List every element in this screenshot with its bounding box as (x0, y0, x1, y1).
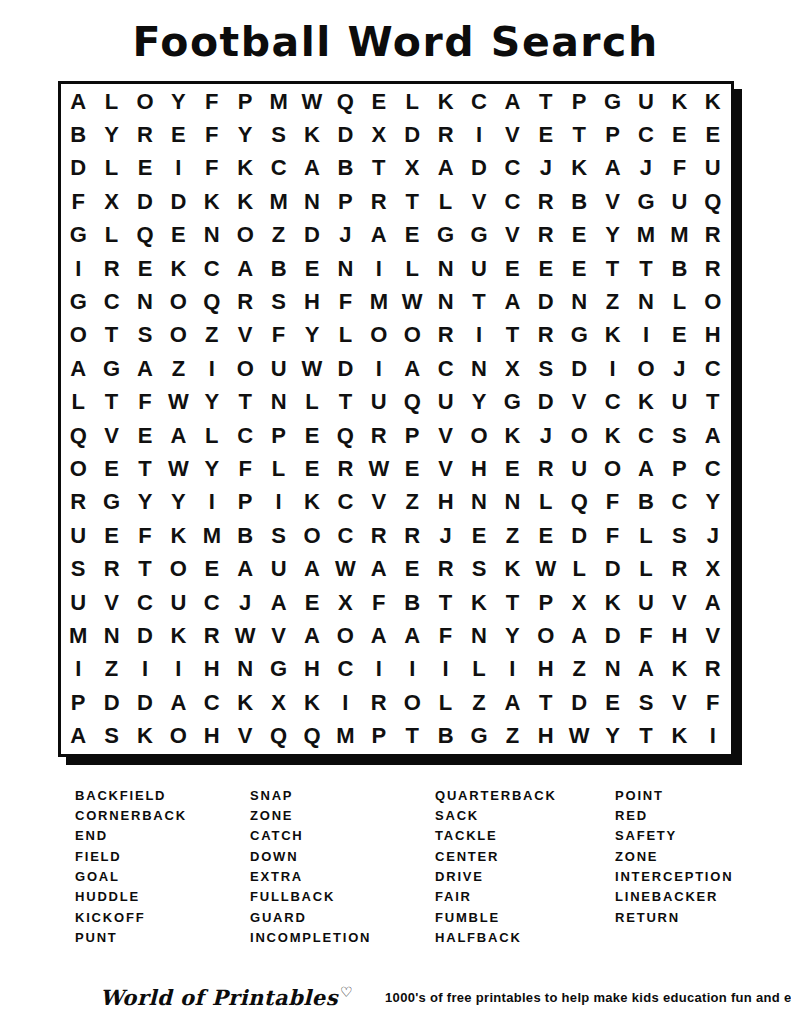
grid-cell[interactable]: K (229, 185, 262, 218)
grid-cell[interactable]: E (596, 686, 629, 719)
grid-cell[interactable]: K (596, 319, 629, 352)
grid-cell[interactable]: A (496, 85, 529, 118)
grid-cell[interactable]: Y (596, 719, 629, 752)
grid-cell[interactable]: E (529, 519, 562, 552)
grid-cell[interactable]: O (128, 85, 161, 118)
word-list-item[interactable]: CENTER (435, 847, 615, 867)
grid-cell[interactable]: P (229, 486, 262, 519)
grid-cell[interactable]: K (295, 118, 328, 151)
grid-cell[interactable]: V (663, 686, 696, 719)
grid-cell[interactable]: D (529, 285, 562, 318)
grid-cell[interactable]: H (295, 653, 328, 686)
word-list-item[interactable]: FULLBACK (250, 887, 435, 907)
grid-cell[interactable]: D (563, 519, 596, 552)
grid-cell[interactable]: H (195, 653, 228, 686)
grid-cell[interactable]: T (396, 719, 429, 752)
grid-cell[interactable]: A (229, 552, 262, 585)
grid-cell[interactable]: D (329, 352, 362, 385)
grid-cell[interactable]: Q (696, 185, 729, 218)
word-list-item[interactable]: BACKFIELD (75, 786, 250, 806)
grid-cell[interactable]: X (563, 586, 596, 619)
grid-cell[interactable]: E (396, 452, 429, 485)
grid-cell[interactable]: N (429, 252, 462, 285)
grid-cell[interactable]: P (663, 452, 696, 485)
grid-cell[interactable]: I (429, 653, 462, 686)
grid-cell[interactable]: P (262, 419, 295, 452)
grid-cell[interactable]: T (496, 319, 529, 352)
grid-cell[interactable]: U (696, 152, 729, 185)
grid-cell[interactable]: I (162, 653, 195, 686)
grid-cell[interactable]: V (596, 185, 629, 218)
grid-cell[interactable]: T (629, 252, 662, 285)
grid-cell[interactable]: N (295, 185, 328, 218)
grid-cell[interactable]: G (95, 486, 128, 519)
word-list-item[interactable]: ZONE (615, 847, 791, 867)
grid-cell[interactable]: K (162, 252, 195, 285)
grid-cell[interactable]: U (629, 85, 662, 118)
grid-cell[interactable]: L (195, 419, 228, 452)
grid-cell[interactable]: K (663, 85, 696, 118)
grid-cell[interactable]: T (95, 386, 128, 419)
grid-cell[interactable]: V (663, 586, 696, 619)
grid-cell[interactable]: O (162, 285, 195, 318)
grid-cell[interactable]: K (596, 419, 629, 452)
grid-cell[interactable]: C (95, 285, 128, 318)
grid-cell[interactable]: K (596, 586, 629, 619)
grid-cell[interactable]: Y (195, 386, 228, 419)
grid-cell[interactable]: T (696, 386, 729, 419)
grid-cell[interactable]: X (696, 552, 729, 585)
grid-cell[interactable]: Z (396, 486, 429, 519)
grid-cell[interactable]: E (295, 586, 328, 619)
grid-cell[interactable]: F (195, 85, 228, 118)
grid-cell[interactable]: E (496, 452, 529, 485)
grid-cell[interactable]: P (529, 586, 562, 619)
grid-cell[interactable]: B (62, 118, 95, 151)
grid-cell[interactable]: J (229, 586, 262, 619)
grid-cell[interactable]: O (162, 719, 195, 752)
grid-cell[interactable]: M (262, 85, 295, 118)
grid-cell[interactable]: N (95, 619, 128, 652)
grid-cell[interactable]: A (295, 619, 328, 652)
grid-cell[interactable]: K (563, 152, 596, 185)
grid-cell[interactable]: A (128, 352, 161, 385)
grid-cell[interactable]: E (128, 419, 161, 452)
word-list-item[interactable]: RETURN (615, 908, 791, 928)
grid-cell[interactable]: S (663, 419, 696, 452)
grid-cell[interactable]: Q (295, 719, 328, 752)
grid-cell[interactable]: Y (195, 452, 228, 485)
grid-cell[interactable]: S (62, 552, 95, 585)
grid-cell[interactable]: U (262, 552, 295, 585)
grid-cell[interactable]: F (329, 285, 362, 318)
word-list-item[interactable]: FUMBLE (435, 908, 615, 928)
grid-cell[interactable]: E (696, 118, 729, 151)
grid-cell[interactable]: Q (563, 486, 596, 519)
grid-cell[interactable]: C (629, 118, 662, 151)
grid-cell[interactable]: Y (128, 486, 161, 519)
grid-cell[interactable]: C (629, 419, 662, 452)
grid-cell[interactable]: E (95, 519, 128, 552)
grid-cell[interactable]: L (396, 252, 429, 285)
grid-cell[interactable]: L (95, 85, 128, 118)
grid-cell[interactable]: L (663, 285, 696, 318)
grid-cell[interactable]: D (529, 386, 562, 419)
grid-cell[interactable]: G (596, 85, 629, 118)
word-list-item[interactable]: DRIVE (435, 867, 615, 887)
grid-cell[interactable]: U (62, 586, 95, 619)
grid-cell[interactable]: A (696, 586, 729, 619)
grid-cell[interactable]: G (462, 719, 495, 752)
grid-cell[interactable]: V (496, 118, 529, 151)
grid-cell[interactable]: Z (563, 653, 596, 686)
grid-cell[interactable]: G (62, 219, 95, 252)
grid-cell[interactable]: A (362, 552, 395, 585)
grid-cell[interactable]: O (362, 319, 395, 352)
grid-cell[interactable]: C (696, 452, 729, 485)
grid-cell[interactable]: G (563, 319, 596, 352)
grid-cell[interactable]: Z (95, 653, 128, 686)
grid-cell[interactable]: G (496, 386, 529, 419)
grid-cell[interactable]: R (362, 519, 395, 552)
grid-cell[interactable]: C (462, 85, 495, 118)
grid-cell[interactable]: O (629, 352, 662, 385)
grid-cell[interactable]: C (663, 486, 696, 519)
grid-cell[interactable]: T (629, 719, 662, 752)
grid-cell[interactable]: A (396, 619, 429, 652)
grid-cell[interactable]: K (629, 386, 662, 419)
word-list-item[interactable]: SNAP (250, 786, 435, 806)
grid-cell[interactable]: Z (262, 219, 295, 252)
grid-cell[interactable]: V (496, 219, 529, 252)
grid-cell[interactable]: A (563, 619, 596, 652)
grid-cell[interactable]: R (429, 552, 462, 585)
grid-cell[interactable]: R (429, 118, 462, 151)
grid-cell[interactable]: N (596, 653, 629, 686)
grid-cell[interactable]: Q (128, 219, 161, 252)
grid-cell[interactable]: H (663, 619, 696, 652)
grid-cell[interactable]: K (496, 552, 529, 585)
grid-cell[interactable]: R (229, 285, 262, 318)
grid-cell[interactable]: G (95, 352, 128, 385)
grid-cell[interactable]: Y (496, 619, 529, 652)
grid-cell[interactable]: N (462, 486, 495, 519)
grid-cell[interactable]: C (696, 352, 729, 385)
grid-cell[interactable]: P (329, 185, 362, 218)
grid-cell[interactable]: V (462, 185, 495, 218)
grid-cell[interactable]: R (195, 619, 228, 652)
grid-cell[interactable]: C (496, 185, 529, 218)
grid-cell[interactable]: E (462, 519, 495, 552)
grid-cell[interactable]: A (362, 219, 395, 252)
grid-cell[interactable]: R (362, 185, 395, 218)
grid-cell[interactable]: G (462, 219, 495, 252)
grid-cell[interactable]: M (629, 219, 662, 252)
grid-cell[interactable]: D (128, 686, 161, 719)
word-list-item[interactable]: ZONE (250, 806, 435, 826)
grid-cell[interactable]: P (229, 85, 262, 118)
grid-cell[interactable]: N (462, 352, 495, 385)
grid-cell[interactable]: C (229, 419, 262, 452)
word-list-item[interactable]: INTERCEPTION (615, 867, 791, 887)
word-list-item[interactable]: TACKLE (435, 826, 615, 846)
grid-cell[interactable]: P (362, 719, 395, 752)
grid-cell[interactable]: L (629, 519, 662, 552)
grid-cell[interactable]: O (596, 452, 629, 485)
grid-cell[interactable]: O (62, 452, 95, 485)
grid-cell[interactable]: N (496, 486, 529, 519)
grid-cell[interactable]: B (563, 185, 596, 218)
grid-cell[interactable]: K (229, 686, 262, 719)
grid-cell[interactable]: B (429, 719, 462, 752)
grid-cell[interactable]: V (95, 586, 128, 619)
grid-cell[interactable]: H (696, 319, 729, 352)
grid-cell[interactable]: L (529, 486, 562, 519)
grid-cell[interactable]: W (563, 719, 596, 752)
grid-cell[interactable]: L (629, 552, 662, 585)
grid-cell[interactable]: Z (596, 285, 629, 318)
grid-cell[interactable]: V (229, 719, 262, 752)
grid-cell[interactable]: I (362, 352, 395, 385)
grid-cell[interactable]: H (429, 486, 462, 519)
grid-cell[interactable]: D (596, 619, 629, 652)
grid-cell[interactable]: Z (496, 719, 529, 752)
grid-cell[interactable]: B (396, 586, 429, 619)
grid-cell[interactable]: U (462, 252, 495, 285)
grid-cell[interactable]: R (529, 219, 562, 252)
grid-cell[interactable]: B (229, 519, 262, 552)
grid-cell[interactable]: Y (295, 319, 328, 352)
grid-cell[interactable]: C (128, 586, 161, 619)
grid-cell[interactable]: I (496, 653, 529, 686)
grid-cell[interactable]: R (396, 519, 429, 552)
grid-cell[interactable]: A (162, 686, 195, 719)
grid-cell[interactable]: I (128, 653, 161, 686)
grid-cell[interactable]: N (262, 386, 295, 419)
grid-cell[interactable]: I (629, 319, 662, 352)
grid-cell[interactable]: I (596, 352, 629, 385)
grid-cell[interactable]: L (95, 219, 128, 252)
grid-cell[interactable]: I (62, 252, 95, 285)
grid-cell[interactable]: O (696, 285, 729, 318)
grid-cell[interactable]: I (262, 486, 295, 519)
grid-cell[interactable]: S (262, 118, 295, 151)
grid-cell[interactable]: W (529, 552, 562, 585)
word-list-item[interactable]: KICKOFF (75, 908, 250, 928)
grid-cell[interactable]: R (529, 452, 562, 485)
grid-cell[interactable]: Q (396, 386, 429, 419)
grid-cell[interactable]: R (362, 686, 395, 719)
grid-cell[interactable]: O (62, 319, 95, 352)
grid-cell[interactable]: G (62, 285, 95, 318)
grid-cell[interactable]: L (563, 552, 596, 585)
grid-cell[interactable]: I (362, 653, 395, 686)
grid-cell[interactable]: D (162, 185, 195, 218)
grid-cell[interactable]: S (262, 285, 295, 318)
grid-cell[interactable]: R (529, 319, 562, 352)
grid-cell[interactable]: P (396, 419, 429, 452)
grid-cell[interactable]: A (62, 719, 95, 752)
grid-cell[interactable]: O (229, 219, 262, 252)
grid-cell[interactable]: R (95, 552, 128, 585)
grid-cell[interactable]: F (362, 586, 395, 619)
grid-cell[interactable]: K (295, 686, 328, 719)
grid-cell[interactable]: N (629, 285, 662, 318)
grid-cell[interactable]: I (329, 686, 362, 719)
grid-cell[interactable]: X (95, 185, 128, 218)
grid-cell[interactable]: A (62, 352, 95, 385)
grid-cell[interactable]: H (462, 452, 495, 485)
grid-cell[interactable]: C (596, 386, 629, 419)
grid-cell[interactable]: K (162, 619, 195, 652)
grid-cell[interactable]: F (195, 152, 228, 185)
grid-cell[interactable]: R (429, 319, 462, 352)
grid-cell[interactable]: F (62, 185, 95, 218)
word-list-item[interactable]: DOWN (250, 847, 435, 867)
grid-cell[interactable]: D (95, 686, 128, 719)
grid-cell[interactable]: V (429, 452, 462, 485)
grid-cell[interactable]: R (329, 452, 362, 485)
grid-cell[interactable]: O (462, 419, 495, 452)
word-list-item[interactable]: LINEBACKER (615, 887, 791, 907)
word-list-item[interactable]: FAIR (435, 887, 615, 907)
grid-cell[interactable]: O (162, 319, 195, 352)
grid-cell[interactable]: B (629, 486, 662, 519)
grid-cell[interactable]: Z (462, 686, 495, 719)
grid-cell[interactable]: E (295, 252, 328, 285)
grid-cell[interactable]: D (396, 118, 429, 151)
grid-cell[interactable]: E (663, 319, 696, 352)
grid-cell[interactable]: M (195, 519, 228, 552)
word-list-item[interactable]: QUARTERBACK (435, 786, 615, 806)
grid-cell[interactable]: E (496, 252, 529, 285)
grid-cell[interactable]: T (529, 686, 562, 719)
grid-cell[interactable]: I (362, 252, 395, 285)
grid-cell[interactable]: S (95, 719, 128, 752)
grid-cell[interactable]: L (429, 185, 462, 218)
grid-cell[interactable]: Q (195, 285, 228, 318)
grid-cell[interactable]: D (128, 185, 161, 218)
grid-cell[interactable]: A (596, 152, 629, 185)
grid-cell[interactable]: K (696, 85, 729, 118)
grid-cell[interactable]: F (195, 118, 228, 151)
grid-cell[interactable]: T (362, 152, 395, 185)
grid-cell[interactable]: H (195, 719, 228, 752)
grid-cell[interactable]: C (329, 519, 362, 552)
grid-cell[interactable]: C (195, 686, 228, 719)
grid-cell[interactable]: E (128, 152, 161, 185)
grid-cell[interactable]: J (629, 152, 662, 185)
grid-cell[interactable]: F (663, 152, 696, 185)
grid-cell[interactable]: V (563, 386, 596, 419)
grid-cell[interactable]: U (663, 386, 696, 419)
grid-cell[interactable]: E (128, 252, 161, 285)
grid-cell[interactable]: N (329, 252, 362, 285)
grid-cell[interactable]: F (262, 319, 295, 352)
grid-cell[interactable]: B (663, 252, 696, 285)
word-list-item[interactable]: HUDDLE (75, 887, 250, 907)
grid-cell[interactable]: E (295, 419, 328, 452)
grid-cell[interactable]: A (362, 619, 395, 652)
grid-cell[interactable]: E (396, 552, 429, 585)
grid-cell[interactable]: Y (462, 386, 495, 419)
grid-cell[interactable]: Q (62, 419, 95, 452)
grid-cell[interactable]: E (162, 118, 195, 151)
grid-cell[interactable]: L (295, 386, 328, 419)
grid-cell[interactable]: D (563, 686, 596, 719)
word-list-item[interactable]: SAFETY (615, 826, 791, 846)
grid-cell[interactable]: O (396, 686, 429, 719)
grid-cell[interactable]: U (629, 586, 662, 619)
grid-cell[interactable]: O (295, 519, 328, 552)
grid-cell[interactable]: J (429, 519, 462, 552)
grid-cell[interactable]: S (462, 552, 495, 585)
grid-cell[interactable]: O (162, 552, 195, 585)
grid-cell[interactable]: C (195, 252, 228, 285)
grid-cell[interactable]: F (596, 519, 629, 552)
word-list-item[interactable]: POINT (615, 786, 791, 806)
grid-cell[interactable]: K (429, 85, 462, 118)
grid-cell[interactable]: D (62, 152, 95, 185)
grid-cell[interactable]: C (329, 653, 362, 686)
grid-cell[interactable]: X (496, 352, 529, 385)
grid-cell[interactable]: A (229, 252, 262, 285)
grid-cell[interactable]: A (295, 552, 328, 585)
grid-cell[interactable]: J (663, 352, 696, 385)
word-list-item[interactable]: PUNT (75, 928, 250, 948)
grid-cell[interactable]: T (229, 386, 262, 419)
grid-cell[interactable]: I (162, 152, 195, 185)
grid-cell[interactable]: A (429, 152, 462, 185)
grid-cell[interactable]: P (62, 686, 95, 719)
word-list-item[interactable]: INCOMPLETION (250, 928, 435, 948)
grid-cell[interactable]: R (663, 552, 696, 585)
grid-cell[interactable]: W (229, 619, 262, 652)
grid-cell[interactable]: Y (229, 118, 262, 151)
grid-cell[interactable]: A (496, 686, 529, 719)
grid-cell[interactable]: T (462, 285, 495, 318)
grid-cell[interactable]: T (563, 118, 596, 151)
grid-cell[interactable]: T (128, 452, 161, 485)
grid-cell[interactable]: U (563, 452, 596, 485)
grid-cell[interactable]: K (496, 419, 529, 452)
grid-cell[interactable]: T (329, 386, 362, 419)
grid-cell[interactable]: H (295, 285, 328, 318)
grid-cell[interactable]: B (262, 252, 295, 285)
grid-cell[interactable]: W (162, 452, 195, 485)
grid-cell[interactable]: S (529, 352, 562, 385)
word-list-item[interactable]: GUARD (250, 908, 435, 928)
grid-cell[interactable]: T (429, 586, 462, 619)
grid-cell[interactable]: V (362, 486, 395, 519)
grid-cell[interactable]: M (329, 719, 362, 752)
grid-cell[interactable]: U (162, 586, 195, 619)
grid-cell[interactable]: O (563, 419, 596, 452)
grid-cell[interactable]: L (329, 319, 362, 352)
grid-cell[interactable]: D (128, 619, 161, 652)
grid-cell[interactable]: W (295, 352, 328, 385)
grid-cell[interactable]: H (529, 653, 562, 686)
grid-cell[interactable]: C (262, 152, 295, 185)
grid-cell[interactable]: F (596, 486, 629, 519)
grid-cell[interactable]: D (563, 352, 596, 385)
grid-cell[interactable]: I (62, 653, 95, 686)
grid-cell[interactable]: X (329, 586, 362, 619)
grid-cell[interactable]: J (696, 519, 729, 552)
grid-cell[interactable]: E (529, 118, 562, 151)
grid-cell[interactable]: W (162, 386, 195, 419)
grid-cell[interactable]: R (362, 419, 395, 452)
